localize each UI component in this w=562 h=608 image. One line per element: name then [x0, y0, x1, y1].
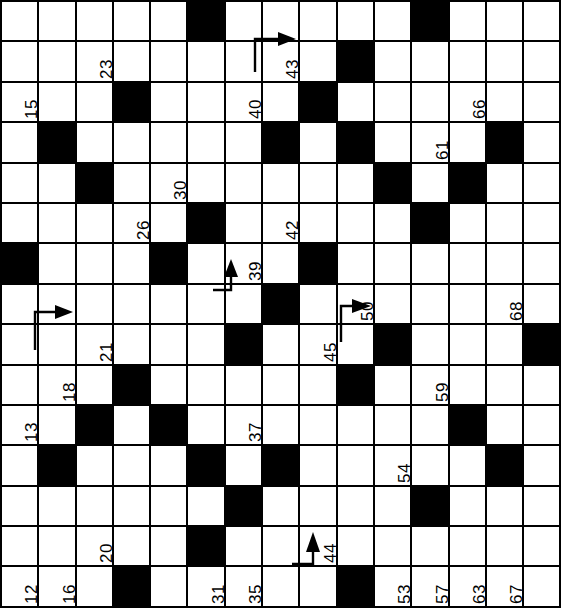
cell-2-2[interactable]: [77, 83, 112, 121]
cell-7-11[interactable]: [412, 285, 447, 323]
cell-1-10[interactable]: 52: [375, 42, 410, 80]
cell-5-14[interactable]: [524, 204, 559, 242]
clue-number-26: 26: [135, 220, 152, 240]
cell-13-0[interactable]: 2: [2, 527, 37, 565]
cell-12-12[interactable]: 58: [450, 487, 485, 525]
cell-13-14[interactable]: [524, 527, 559, 565]
cell-2-9[interactable]: 47: [338, 83, 373, 121]
clue-number-6: 6: [0, 352, 3, 362]
cell-1-8[interactable]: 43: [300, 42, 335, 80]
cell-12-10[interactable]: [375, 487, 410, 525]
clue-number-67: 67: [508, 584, 525, 604]
clue-number-48: 48: [359, 584, 376, 604]
cell-6-9[interactable]: 46: [338, 244, 373, 282]
clue-number-63: 63: [471, 584, 488, 604]
cell-7-14[interactable]: 68: [524, 285, 559, 323]
clue-number-10: 10: [0, 59, 3, 79]
cell-0-4[interactable]: [151, 2, 186, 40]
clue-number-58: 58: [434, 503, 451, 523]
cell-0-8[interactable]: [300, 2, 335, 40]
clue-number-42: 42: [284, 220, 301, 240]
cell-13-7[interactable]: [263, 527, 298, 565]
clue-number-54: 54: [396, 463, 413, 483]
cell-0-10[interactable]: [375, 2, 410, 40]
cell-1-5[interactable]: [188, 42, 223, 80]
cell-10-8[interactable]: [300, 406, 335, 444]
cell-11-2[interactable]: 17: [77, 446, 112, 484]
cell-9-10[interactable]: 49: [375, 366, 410, 404]
cell-9-0[interactable]: 5: [2, 366, 37, 404]
cell-10-1[interactable]: 13: [39, 406, 74, 444]
cell-1-0[interactable]: 10: [2, 42, 37, 80]
cell-5-0[interactable]: 7: [2, 204, 37, 242]
cell-2-4[interactable]: 27: [151, 83, 186, 121]
clue-number-13: 13: [23, 422, 40, 442]
cell-8-11[interactable]: 55: [412, 325, 447, 363]
clue-number-47: 47: [322, 99, 339, 119]
clue-number-9: 9: [0, 109, 3, 119]
cell-9-4[interactable]: 25: [151, 366, 186, 404]
cell-6-11[interactable]: [412, 244, 447, 282]
cell-14-2[interactable]: 16: [77, 567, 112, 605]
clue-number-32: 32: [210, 544, 227, 564]
clue-number-68: 68: [508, 301, 525, 321]
cell-10-7[interactable]: 37: [263, 406, 298, 444]
cell-4-14[interactable]: [524, 164, 559, 202]
cell-10-3[interactable]: [114, 406, 149, 444]
clue-number-23: 23: [98, 59, 115, 79]
cell-1-6[interactable]: [226, 42, 261, 80]
clue-number-16: 16: [61, 584, 78, 604]
clue-number-3: 3: [0, 513, 3, 523]
clue-number-20: 20: [98, 544, 115, 564]
cell-4-5[interactable]: 30: [188, 164, 223, 202]
cell-5-10[interactable]: [375, 204, 410, 242]
clue-number-64: 64: [471, 422, 488, 442]
cell-5-1[interactable]: [39, 204, 74, 242]
cell-13-12[interactable]: [450, 527, 485, 565]
cell-7-5[interactable]: [188, 285, 223, 323]
cell-14-14[interactable]: 67: [524, 567, 559, 605]
clue-number-27: 27: [135, 99, 152, 119]
clue-number-30: 30: [172, 180, 189, 200]
clue-number-14: 14: [23, 261, 40, 281]
clue-number-53: 53: [396, 584, 413, 604]
cell-1-11[interactable]: [412, 42, 447, 80]
cell-9-6[interactable]: [226, 366, 261, 404]
clue-number-21: 21: [98, 342, 115, 362]
cell-2-14[interactable]: [524, 83, 559, 121]
cell-8-13[interactable]: [487, 325, 522, 363]
clue-number-50: 50: [359, 301, 376, 321]
clue-number-2: 2: [0, 554, 3, 564]
cell-11-11[interactable]: 54: [412, 446, 447, 484]
cell-8-1[interactable]: [39, 325, 74, 363]
cell-13-3[interactable]: 20: [114, 527, 149, 565]
clue-number-46: 46: [322, 261, 339, 281]
cell-0-0[interactable]: 11: [2, 2, 37, 40]
cell-0-2[interactable]: [77, 2, 112, 40]
cell-2-13[interactable]: 66: [487, 83, 522, 121]
cell-1-14[interactable]: [524, 42, 559, 80]
cell-6-10[interactable]: [375, 244, 410, 282]
black-cell-3-7: [263, 123, 298, 161]
clue-number-24: 24: [135, 584, 152, 604]
cell-3-8[interactable]: [300, 123, 335, 161]
clue-number-28: 28: [172, 422, 189, 442]
cell-3-0[interactable]: [2, 123, 37, 161]
cell-3-14[interactable]: [524, 123, 559, 161]
cell-6-7[interactable]: 39: [263, 244, 298, 282]
cell-10-5[interactable]: 28: [188, 406, 223, 444]
clue-number-29: 29: [172, 261, 189, 281]
black-cell-3-13: [487, 123, 522, 161]
cell-1-13[interactable]: [487, 42, 522, 80]
cell-12-13[interactable]: [487, 487, 522, 525]
cell-7-8[interactable]: [300, 285, 335, 323]
black-cell-7-7: [263, 285, 298, 323]
cell-4-3[interactable]: 22: [114, 164, 149, 202]
cell-14-4[interactable]: 24: [151, 567, 186, 605]
clue-number-57: 57: [434, 584, 451, 604]
cell-12-4[interactable]: [151, 487, 186, 525]
cell-0-9[interactable]: [338, 2, 373, 40]
cell-7-0[interactable]: [2, 285, 37, 323]
cell-0-3[interactable]: [114, 2, 149, 40]
cell-9-13[interactable]: [487, 366, 522, 404]
cell-0-12[interactable]: 62: [450, 2, 485, 40]
cell-7-10[interactable]: 50: [375, 285, 410, 323]
cell-12-8[interactable]: [300, 487, 335, 525]
cell-8-12[interactable]: [450, 325, 485, 363]
cell-8-7[interactable]: 38: [263, 325, 298, 363]
cell-8-3[interactable]: 21: [114, 325, 149, 363]
cell-9-8[interactable]: [300, 366, 335, 404]
cell-14-7[interactable]: 35: [263, 567, 298, 605]
black-cell-11-13: [487, 446, 522, 484]
cell-5-2[interactable]: [77, 204, 112, 242]
cell-0-7[interactable]: [263, 2, 298, 40]
cell-11-12[interactable]: [450, 446, 485, 484]
cell-7-3[interactable]: [114, 285, 149, 323]
clue-number-39: 39: [247, 261, 264, 281]
cell-3-4[interactable]: [151, 123, 186, 161]
cell-4-9[interactable]: [338, 164, 373, 202]
cell-8-5[interactable]: [188, 325, 223, 363]
clue-number-7: 7: [0, 230, 3, 240]
clue-number-4: 4: [0, 432, 3, 442]
clue-number-52: 52: [359, 59, 376, 79]
cell-1-12[interactable]: [450, 42, 485, 80]
clue-number-34: 34: [210, 220, 227, 240]
cell-4-0[interactable]: 8: [2, 164, 37, 202]
cell-5-12[interactable]: 60: [450, 204, 485, 242]
cell-7-1[interactable]: [39, 285, 74, 323]
cell-4-8[interactable]: [300, 164, 335, 202]
cell-6-14[interactable]: [524, 244, 559, 282]
cell-12-1[interactable]: [39, 487, 74, 525]
cell-2-1[interactable]: 15: [39, 83, 74, 121]
clue-number-60: 60: [434, 220, 451, 240]
cell-6-13[interactable]: [487, 244, 522, 282]
clue-number-17: 17: [61, 463, 78, 483]
cell-9-14[interactable]: [524, 366, 559, 404]
cell-7-2[interactable]: [77, 285, 112, 323]
cell-7-4[interactable]: [151, 285, 186, 323]
clue-number-62: 62: [434, 18, 451, 38]
cell-8-0[interactable]: 6: [2, 325, 37, 363]
cell-12-7[interactable]: 36: [263, 487, 298, 525]
clue-number-35: 35: [247, 584, 264, 604]
cell-6-1[interactable]: 14: [39, 244, 74, 282]
cell-4-13[interactable]: 65: [487, 164, 522, 202]
clue-number-41: 41: [284, 463, 301, 483]
cell-12-2[interactable]: [77, 487, 112, 525]
cell-8-9[interactable]: 45: [338, 325, 373, 363]
cell-10-14[interactable]: [524, 406, 559, 444]
cell-11-14[interactable]: [524, 446, 559, 484]
cell-12-0[interactable]: 3: [2, 487, 37, 525]
clue-number-59: 59: [434, 382, 451, 402]
clue-number-5: 5: [0, 392, 3, 402]
clue-number-36: 36: [247, 503, 264, 523]
cell-0-6[interactable]: [226, 2, 261, 40]
clue-number-61: 61: [434, 140, 451, 160]
clue-number-37: 37: [247, 422, 264, 442]
clue-number-31: 31: [210, 584, 227, 604]
cell-1-1[interactable]: [39, 42, 74, 80]
cell-13-13[interactable]: [487, 527, 522, 565]
clue-number-25: 25: [135, 382, 152, 402]
cell-10-10[interactable]: [375, 406, 410, 444]
clue-number-19: 19: [61, 140, 78, 160]
black-cell-0-5: [188, 2, 223, 40]
cell-10-13[interactable]: 64: [487, 406, 522, 444]
cell-6-5[interactable]: 29: [188, 244, 223, 282]
cell-8-4[interactable]: [151, 325, 186, 363]
cell-1-3[interactable]: 23: [114, 42, 149, 80]
clue-number-44: 44: [322, 544, 339, 564]
clue-number-11: 11: [0, 20, 3, 39]
cell-10-9[interactable]: [338, 406, 373, 444]
cell-9-2[interactable]: 18: [77, 366, 112, 404]
cell-13-4[interactable]: [151, 527, 186, 565]
cell-11-0[interactable]: [2, 446, 37, 484]
crossword-board: 1162102343529152740476619516182230566572…: [0, 0, 561, 608]
cell-3-2[interactable]: 19: [77, 123, 112, 161]
clue-number-22: 22: [98, 180, 115, 200]
cell-4-7[interactable]: [263, 164, 298, 202]
cell-2-11[interactable]: [412, 83, 447, 121]
cell-12-9[interactable]: [338, 487, 373, 525]
cell-11-8[interactable]: 41: [300, 446, 335, 484]
clue-number-1: 1: [0, 594, 3, 604]
cell-5-6[interactable]: 34: [226, 204, 261, 242]
cell-13-9[interactable]: 44: [338, 527, 373, 565]
cell-4-11[interactable]: 56: [412, 164, 447, 202]
cell-12-14[interactable]: [524, 487, 559, 525]
cell-4-6[interactable]: [226, 164, 261, 202]
clue-number-18: 18: [61, 382, 78, 402]
cell-11-6[interactable]: 33: [226, 446, 261, 484]
cell-14-8[interactable]: [300, 567, 335, 605]
black-cell-10-2: [77, 406, 112, 444]
clue-number-33: 33: [210, 463, 227, 483]
cell-9-12[interactable]: 59: [450, 366, 485, 404]
cell-6-3[interactable]: [114, 244, 149, 282]
cell-5-4[interactable]: 26: [151, 204, 186, 242]
cell-9-5[interactable]: [188, 366, 223, 404]
cell-2-7[interactable]: 40: [263, 83, 298, 121]
cell-11-9[interactable]: [338, 446, 373, 484]
cell-3-10[interactable]: 51: [375, 123, 410, 161]
cell-11-3[interactable]: [114, 446, 149, 484]
cell-9-7[interactable]: [263, 366, 298, 404]
cell-13-1[interactable]: [39, 527, 74, 565]
clue-number-45: 45: [322, 342, 339, 362]
clue-number-15: 15: [23, 99, 40, 119]
cell-5-8[interactable]: 42: [300, 204, 335, 242]
cell-13-10[interactable]: [375, 527, 410, 565]
cell-4-1[interactable]: [39, 164, 74, 202]
crossword-puzzle-image: 1162102343529152740476619516182230566572…: [0, 0, 562, 608]
clue-number-66: 66: [471, 99, 488, 119]
clue-number-51: 51: [359, 140, 376, 160]
clue-number-49: 49: [359, 382, 376, 402]
cell-1-4[interactable]: [151, 42, 186, 80]
cell-10-11[interactable]: [412, 406, 447, 444]
cell-0-14[interactable]: [524, 2, 559, 40]
cell-6-2[interactable]: [77, 244, 112, 282]
cell-2-10[interactable]: [375, 83, 410, 121]
cell-12-3[interactable]: [114, 487, 149, 525]
clue-number-38: 38: [247, 342, 264, 362]
cell-13-6[interactable]: 32: [226, 527, 261, 565]
cell-11-4[interactable]: [151, 446, 186, 484]
cell-13-11[interactable]: [412, 527, 447, 565]
cell-12-5[interactable]: [188, 487, 223, 525]
cell-2-5[interactable]: [188, 83, 223, 121]
cell-3-6[interactable]: [226, 123, 261, 161]
clue-number-65: 65: [471, 180, 488, 200]
clue-number-56: 56: [396, 180, 413, 200]
clue-number-12: 12: [23, 584, 40, 604]
cell-3-5[interactable]: [188, 123, 223, 161]
clue-number-43: 43: [284, 59, 301, 79]
cell-0-1[interactable]: [39, 2, 74, 40]
cell-3-12[interactable]: 61: [450, 123, 485, 161]
cell-7-12[interactable]: [450, 285, 485, 323]
cell-0-13[interactable]: [487, 2, 522, 40]
clue-number-8: 8: [0, 190, 3, 200]
cell-5-9[interactable]: [338, 204, 373, 242]
cell-5-13[interactable]: [487, 204, 522, 242]
cell-3-3[interactable]: [114, 123, 149, 161]
black-cell-8-14: [524, 325, 559, 363]
clue-number-40: 40: [247, 99, 264, 119]
cell-7-6[interactable]: [226, 285, 261, 323]
cell-6-12[interactable]: [450, 244, 485, 282]
clue-number-55: 55: [396, 342, 413, 362]
